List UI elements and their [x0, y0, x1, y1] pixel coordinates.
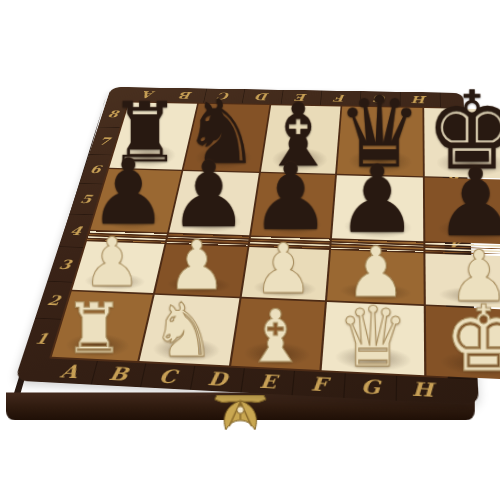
white-king-e1[interactable]: ♚ [444, 293, 500, 384]
file-label-a: A [42, 358, 97, 384]
chess-board-squares: ♜♞♝♛♚♝♞♜♟♟♟♟♟♟♟♟♟♟♟♟♟♟♟♟♜♞♝♛♚♝♞♜ [49, 101, 448, 378]
square-a2[interactable]: ♟ [72, 241, 164, 293]
square-e1[interactable]: ♚ [426, 306, 500, 381]
file-label-g: G [343, 373, 396, 401]
square-d1[interactable]: ♛ [322, 302, 424, 375]
square-a1[interactable]: ♜ [52, 291, 153, 361]
file-label-c: C [140, 363, 194, 390]
white-rook-a1[interactable]: ♜ [64, 294, 124, 363]
square-c2[interactable]: ♟ [242, 247, 330, 300]
photo-scene: ABCDEFGH ABCDEFGH 87654321 87654321 ♜♞♝♛… [0, 0, 500, 500]
brass-clasp [214, 395, 268, 439]
file-label-d: D [190, 366, 244, 393]
white-pawn-a2[interactable]: ♟ [83, 229, 141, 297]
file-label-b: B [91, 361, 146, 387]
white-pawn-c2[interactable]: ♟ [254, 234, 313, 303]
chess-board: ABCDEFGH ABCDEFGH 87654321 87654321 ♜♞♝♛… [15, 87, 479, 405]
square-b1[interactable]: ♞ [139, 295, 239, 366]
brass-clasp-shape [215, 395, 266, 430]
white-queen-d1[interactable]: ♛ [337, 295, 409, 378]
white-bishop-c1[interactable]: ♝ [244, 300, 307, 373]
file-label-h: H [396, 376, 449, 404]
white-knight-b1[interactable]: ♞ [152, 294, 216, 369]
square-c1[interactable]: ♝ [231, 298, 325, 370]
file-label-e: E [240, 368, 294, 395]
